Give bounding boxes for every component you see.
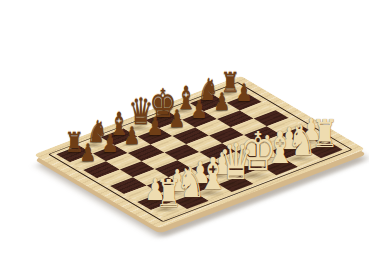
white-rook-glyph: ♜ bbox=[155, 174, 182, 212]
black-pawn-glyph: ♟ bbox=[168, 107, 185, 131]
chess-set-photo-scene: cayro ♜♞♝♛♚♝♞♜♟♟♟♟♟♟♟♟♟♟♟♟♟♟♟♟♜♞♝♛♚♝♞♜ bbox=[0, 0, 369, 276]
black-pawn-glyph: ♟ bbox=[102, 132, 119, 156]
black-pawn-glyph: ♟ bbox=[79, 141, 96, 165]
black-pawn-glyph: ♟ bbox=[124, 124, 141, 148]
black-pawn-glyph: ♟ bbox=[146, 115, 163, 139]
black-pawn-glyph: ♟ bbox=[235, 81, 252, 105]
black-pawn-glyph: ♟ bbox=[213, 90, 230, 114]
black-pawn-glyph: ♟ bbox=[191, 98, 208, 122]
